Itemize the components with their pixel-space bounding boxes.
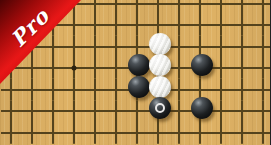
intersection[interactable] [1,101,22,123]
intersection[interactable] [211,14,232,36]
intersection[interactable] [106,79,127,101]
intersection[interactable] [169,36,190,58]
intersection[interactable] [253,0,271,14]
intersection[interactable] [211,57,232,79]
black-stone [128,76,150,98]
intersection[interactable] [253,14,271,36]
intersection[interactable] [148,0,169,14]
star-point [72,66,77,71]
intersection[interactable] [106,101,127,123]
intersection[interactable] [64,101,85,123]
intersection[interactable] [211,101,232,123]
intersection[interactable] [232,122,253,144]
black-stone [191,54,213,76]
go-app-screenshot: Pro [0,0,270,145]
intersection[interactable] [169,101,190,123]
intersection[interactable] [85,122,106,144]
intersection[interactable] [22,101,43,123]
last-move-marker [155,103,165,113]
white-stone [149,33,171,55]
intersection[interactable] [64,36,85,58]
intersection[interactable] [232,14,253,36]
intersection[interactable] [1,79,22,101]
intersection[interactable] [106,0,127,14]
intersection[interactable] [22,57,43,79]
intersection[interactable] [127,101,148,123]
intersection[interactable] [253,79,271,101]
intersection[interactable] [127,14,148,36]
intersection[interactable] [106,36,127,58]
intersection[interactable] [232,79,253,101]
intersection[interactable] [64,57,85,79]
intersection[interactable] [85,36,106,58]
intersection[interactable] [22,122,43,144]
intersection[interactable] [253,57,271,79]
intersection[interactable] [22,79,43,101]
intersection[interactable] [253,101,271,123]
intersection[interactable] [43,101,64,123]
intersection[interactable] [106,14,127,36]
white-stone [149,76,171,98]
intersection[interactable] [253,122,271,144]
intersection[interactable] [169,0,190,14]
intersection[interactable] [169,14,190,36]
intersection[interactable] [148,122,169,144]
black-stone [191,97,213,119]
intersection[interactable] [106,57,127,79]
intersection[interactable] [232,0,253,14]
white-stone [149,54,171,76]
intersection[interactable] [85,57,106,79]
intersection[interactable] [211,0,232,14]
intersection[interactable] [190,122,211,144]
intersection[interactable] [85,14,106,36]
intersection[interactable] [43,122,64,144]
intersection[interactable] [169,79,190,101]
intersection[interactable] [190,14,211,36]
intersection[interactable] [232,36,253,58]
black-stone [149,97,171,119]
intersection[interactable] [85,0,106,14]
intersection[interactable] [253,36,271,58]
intersection[interactable] [85,101,106,123]
intersection[interactable] [190,0,211,14]
intersection[interactable] [127,122,148,144]
intersection[interactable] [43,79,64,101]
black-stone [128,54,150,76]
intersection[interactable] [64,79,85,101]
intersection[interactable] [1,122,22,144]
intersection[interactable] [85,79,106,101]
intersection[interactable] [211,36,232,58]
intersection[interactable] [211,79,232,101]
intersection[interactable] [211,122,232,144]
intersection[interactable] [64,14,85,36]
intersection[interactable] [127,0,148,14]
intersection[interactable] [43,57,64,79]
intersection[interactable] [106,122,127,144]
intersection[interactable] [232,57,253,79]
intersection[interactable] [169,57,190,79]
intersection[interactable] [64,122,85,144]
intersection[interactable] [169,122,190,144]
intersection[interactable] [43,36,64,58]
intersection[interactable] [232,101,253,123]
